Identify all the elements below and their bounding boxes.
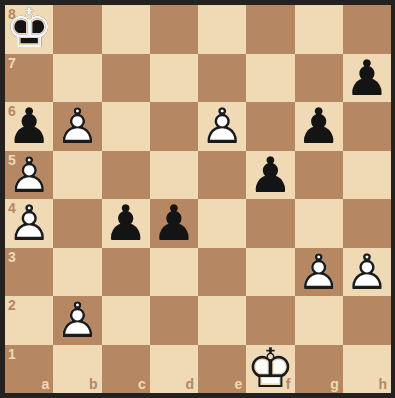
- black-pawn[interactable]: ♟: [5, 102, 53, 151]
- rank-label-2: 2: [8, 298, 16, 312]
- black-king-glyph: ♚: [5, 2, 53, 56]
- square-f3[interactable]: [246, 248, 294, 297]
- square-b6[interactable]: ♟♙: [53, 102, 101, 151]
- square-g2[interactable]: [295, 296, 343, 345]
- square-a7[interactable]: 7: [5, 54, 53, 103]
- square-d6[interactable]: [150, 102, 198, 151]
- white-pawn-outline: ♙: [297, 247, 341, 296]
- file-label-c: c: [138, 377, 146, 391]
- square-g4[interactable]: [295, 199, 343, 248]
- white-pawn[interactable]: ♟♙: [53, 102, 101, 151]
- black-pawn[interactable]: ♟: [343, 54, 391, 103]
- file-label-b: b: [89, 377, 98, 391]
- square-d7[interactable]: [150, 54, 198, 103]
- white-pawn[interactable]: ♟♙: [5, 199, 53, 248]
- black-king-outline: ♔: [5, 2, 53, 56]
- chess-board: 8♚♔7♟6♟♟♙♟♙♟5♟♙♟4♟♙♟♟3♟♙♟♙2♟♙1abcdef♚♔gh: [5, 5, 391, 393]
- black-king[interactable]: ♚♔: [5, 5, 53, 54]
- white-pawn-glyph: ♟: [7, 199, 51, 248]
- white-pawn-glyph: ♟: [7, 150, 51, 199]
- white-pawn-glyph: ♟: [55, 102, 99, 151]
- square-b7[interactable]: [53, 54, 101, 103]
- square-e3[interactable]: [198, 248, 246, 297]
- white-pawn-glyph: ♟: [200, 102, 244, 151]
- square-f4[interactable]: [246, 199, 294, 248]
- white-pawn-outline: ♙: [55, 102, 99, 151]
- white-pawn[interactable]: ♟♙: [198, 102, 246, 151]
- square-b1[interactable]: b: [53, 345, 101, 394]
- white-pawn[interactable]: ♟♙: [5, 151, 53, 200]
- white-pawn-glyph: ♟: [55, 296, 99, 345]
- square-a3[interactable]: 3: [5, 248, 53, 297]
- square-g6[interactable]: ♟: [295, 102, 343, 151]
- file-label-e: e: [234, 377, 242, 391]
- white-pawn-outline: ♙: [200, 102, 244, 151]
- square-g3[interactable]: ♟♙: [295, 248, 343, 297]
- square-h2[interactable]: [343, 296, 391, 345]
- square-a1[interactable]: 1a: [5, 345, 53, 394]
- black-pawn[interactable]: ♟: [246, 151, 294, 200]
- square-h8[interactable]: [343, 5, 391, 54]
- white-pawn[interactable]: ♟♙: [295, 248, 343, 297]
- black-pawn[interactable]: ♟: [150, 199, 198, 248]
- file-label-h: h: [378, 377, 387, 391]
- square-h5[interactable]: [343, 151, 391, 200]
- white-pawn[interactable]: ♟♙: [53, 296, 101, 345]
- square-h6[interactable]: [343, 102, 391, 151]
- square-e7[interactable]: [198, 54, 246, 103]
- square-a5[interactable]: 5♟♙: [5, 151, 53, 200]
- square-e6[interactable]: ♟♙: [198, 102, 246, 151]
- square-e8[interactable]: [198, 5, 246, 54]
- black-pawn[interactable]: ♟: [102, 199, 150, 248]
- square-d3[interactable]: [150, 248, 198, 297]
- square-b8[interactable]: [53, 5, 101, 54]
- rank-label-7: 7: [8, 56, 16, 70]
- square-d4[interactable]: ♟: [150, 199, 198, 248]
- square-e2[interactable]: [198, 296, 246, 345]
- black-pawn-glyph: ♟: [152, 199, 196, 248]
- square-a6[interactable]: 6♟: [5, 102, 53, 151]
- square-c8[interactable]: [102, 5, 150, 54]
- square-f1[interactable]: f♚♔: [246, 345, 294, 394]
- black-pawn-glyph: ♟: [345, 53, 389, 102]
- square-c2[interactable]: [102, 296, 150, 345]
- square-f2[interactable]: [246, 296, 294, 345]
- square-c4[interactable]: ♟: [102, 199, 150, 248]
- square-e1[interactable]: e: [198, 345, 246, 394]
- black-pawn-glyph: ♟: [7, 102, 51, 151]
- square-g5[interactable]: [295, 151, 343, 200]
- square-c5[interactable]: [102, 151, 150, 200]
- rank-label-1: 1: [8, 347, 16, 361]
- black-pawn-glyph: ♟: [248, 150, 292, 199]
- white-pawn-outline: ♙: [7, 199, 51, 248]
- white-king[interactable]: ♚♔: [246, 345, 294, 394]
- square-b2[interactable]: ♟♙: [53, 296, 101, 345]
- white-pawn-outline: ♙: [345, 247, 389, 296]
- square-d2[interactable]: [150, 296, 198, 345]
- white-pawn-outline: ♙: [55, 296, 99, 345]
- square-h4[interactable]: [343, 199, 391, 248]
- square-f6[interactable]: [246, 102, 294, 151]
- white-pawn-outline: ♙: [7, 150, 51, 199]
- square-h1[interactable]: h: [343, 345, 391, 394]
- square-a4[interactable]: 4♟♙: [5, 199, 53, 248]
- white-king-outline: ♔: [246, 342, 294, 396]
- black-pawn-glyph: ♟: [297, 102, 341, 151]
- square-h7[interactable]: ♟: [343, 54, 391, 103]
- square-c3[interactable]: [102, 248, 150, 297]
- square-f8[interactable]: [246, 5, 294, 54]
- square-e5[interactable]: [198, 151, 246, 200]
- rank-label-3: 3: [8, 250, 16, 264]
- white-pawn-glyph: ♟: [345, 247, 389, 296]
- square-g1[interactable]: g: [295, 345, 343, 394]
- file-label-d: d: [185, 377, 194, 391]
- square-h3[interactable]: ♟♙: [343, 248, 391, 297]
- square-e4[interactable]: [198, 199, 246, 248]
- square-b5[interactable]: [53, 151, 101, 200]
- square-c7[interactable]: [102, 54, 150, 103]
- square-d1[interactable]: d: [150, 345, 198, 394]
- square-b3[interactable]: [53, 248, 101, 297]
- file-label-a: a: [41, 377, 49, 391]
- square-g7[interactable]: [295, 54, 343, 103]
- white-pawn[interactable]: ♟♙: [343, 248, 391, 297]
- square-a2[interactable]: 2: [5, 296, 53, 345]
- white-pawn-glyph: ♟: [297, 247, 341, 296]
- square-a8[interactable]: 8♚♔: [5, 5, 53, 54]
- square-f5[interactable]: ♟: [246, 151, 294, 200]
- square-b4[interactable]: [53, 199, 101, 248]
- square-d5[interactable]: [150, 151, 198, 200]
- black-pawn[interactable]: ♟: [295, 102, 343, 151]
- square-f7[interactable]: [246, 54, 294, 103]
- square-d8[interactable]: [150, 5, 198, 54]
- square-g8[interactable]: [295, 5, 343, 54]
- white-king-glyph: ♚: [246, 342, 294, 396]
- file-label-g: g: [330, 377, 339, 391]
- board-frame: 8♚♔7♟6♟♟♙♟♙♟5♟♙♟4♟♙♟♟3♟♙♟♙2♟♙1abcdef♚♔gh: [0, 0, 395, 398]
- black-pawn-glyph: ♟: [104, 199, 148, 248]
- square-c1[interactable]: c: [102, 345, 150, 394]
- square-c6[interactable]: [102, 102, 150, 151]
